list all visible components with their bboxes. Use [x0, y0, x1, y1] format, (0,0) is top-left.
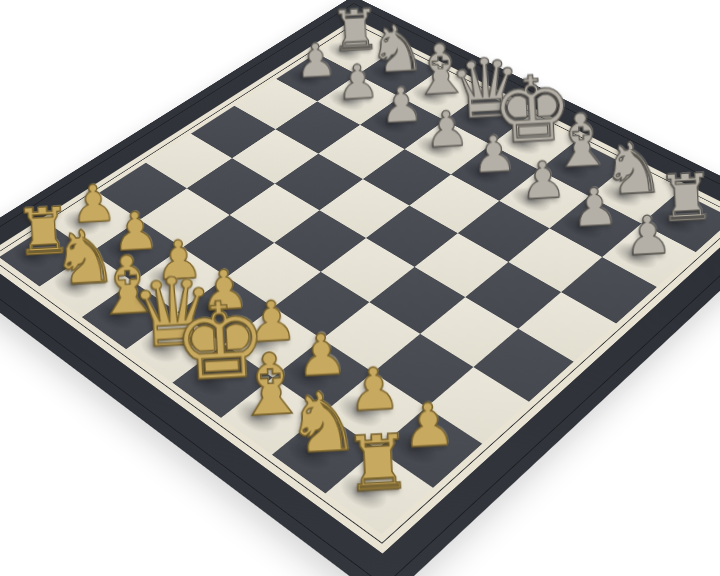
- product-photo-scene: ♜♞♝♛♚♝♞♜♟♟♟♟♟♟♟♟♟♟♟♟♟♟♟♟♜♞♝♛♚♝♞♜: [0, 0, 720, 576]
- chess-board-3d: ♜♞♝♛♚♝♞♜♟♟♟♟♟♟♟♟♟♟♟♟♟♟♟♟♜♞♝♛♚♝♞♜: [0, 0, 720, 576]
- perspective-camera: ♜♞♝♛♚♝♞♜♟♟♟♟♟♟♟♟♟♟♟♟♟♟♟♟♜♞♝♛♚♝♞♜: [0, 0, 720, 576]
- board-perspective-wrapper: ♜♞♝♛♚♝♞♜♟♟♟♟♟♟♟♟♟♟♟♟♟♟♟♟♜♞♝♛♚♝♞♜: [0, 0, 720, 576]
- black-pawn-glyph: ♟: [594, 206, 703, 265]
- white-rook-glyph: ♜: [301, 421, 455, 504]
